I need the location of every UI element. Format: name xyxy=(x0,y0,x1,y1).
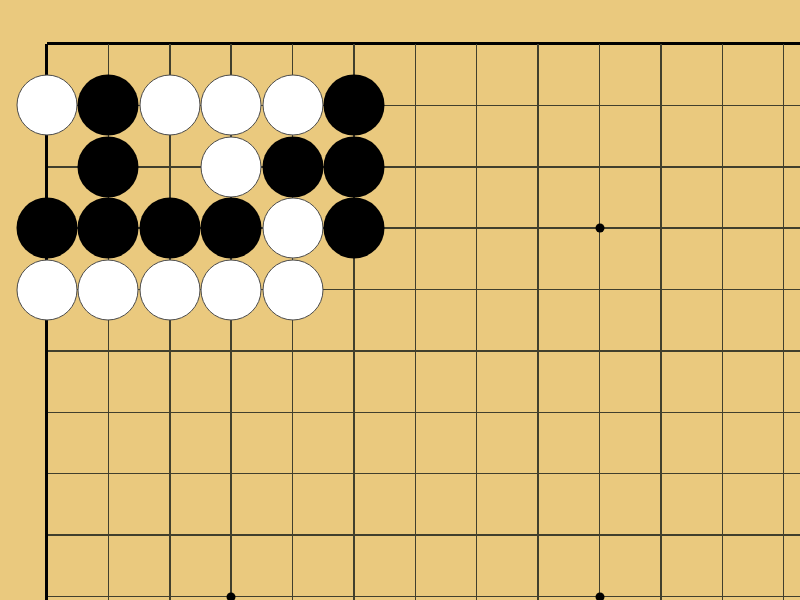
intersection[interactable] xyxy=(630,197,691,258)
intersection[interactable] xyxy=(569,136,630,197)
intersection[interactable] xyxy=(692,13,753,74)
intersection[interactable] xyxy=(385,504,446,565)
intersection[interactable] xyxy=(446,443,507,504)
intersection[interactable] xyxy=(139,197,200,258)
intersection[interactable] xyxy=(200,566,261,600)
intersection[interactable] xyxy=(569,197,630,258)
intersection[interactable] xyxy=(507,259,568,320)
intersection[interactable] xyxy=(569,566,630,600)
intersection[interactable] xyxy=(262,197,323,258)
intersection[interactable] xyxy=(323,382,384,443)
intersection[interactable] xyxy=(692,197,753,258)
intersection[interactable] xyxy=(78,320,139,381)
intersection[interactable] xyxy=(16,320,77,381)
intersection[interactable] xyxy=(323,320,384,381)
intersection[interactable] xyxy=(139,13,200,74)
white-stone xyxy=(16,75,77,136)
intersection[interactable] xyxy=(385,136,446,197)
intersection[interactable] xyxy=(630,382,691,443)
black-stone xyxy=(16,198,77,259)
white-stone xyxy=(78,259,139,320)
intersection[interactable] xyxy=(139,75,200,136)
intersection[interactable] xyxy=(692,136,753,197)
intersection[interactable] xyxy=(569,382,630,443)
intersection[interactable] xyxy=(385,13,446,74)
go-board-grid xyxy=(16,13,800,600)
star-point-marker xyxy=(595,592,604,600)
intersection[interactable] xyxy=(446,75,507,136)
intersection[interactable] xyxy=(446,382,507,443)
black-stone xyxy=(78,75,139,136)
intersection[interactable] xyxy=(78,566,139,600)
intersection[interactable] xyxy=(78,197,139,258)
white-stone xyxy=(139,259,200,320)
intersection[interactable] xyxy=(507,75,568,136)
intersection[interactable] xyxy=(200,504,261,565)
intersection[interactable] xyxy=(16,75,77,136)
intersection[interactable] xyxy=(78,136,139,197)
intersection[interactable] xyxy=(692,382,753,443)
intersection[interactable] xyxy=(262,443,323,504)
intersection[interactable] xyxy=(200,13,261,74)
black-stone xyxy=(78,136,139,197)
intersection[interactable] xyxy=(569,259,630,320)
go-board xyxy=(0,0,800,600)
intersection[interactable] xyxy=(78,75,139,136)
intersection[interactable] xyxy=(200,320,261,381)
intersection[interactable] xyxy=(692,504,753,565)
intersection[interactable] xyxy=(385,197,446,258)
intersection[interactable] xyxy=(262,13,323,74)
intersection[interactable] xyxy=(139,136,200,197)
intersection[interactable] xyxy=(753,320,800,381)
intersection[interactable] xyxy=(569,320,630,381)
white-stone xyxy=(201,75,262,136)
intersection[interactable] xyxy=(753,382,800,443)
intersection[interactable] xyxy=(753,443,800,504)
white-stone xyxy=(262,259,323,320)
intersection[interactable] xyxy=(385,75,446,136)
intersection[interactable] xyxy=(16,259,77,320)
intersection[interactable] xyxy=(385,320,446,381)
intersection[interactable] xyxy=(139,504,200,565)
black-stone xyxy=(139,198,200,259)
intersection[interactable] xyxy=(262,382,323,443)
intersection[interactable] xyxy=(78,382,139,443)
intersection[interactable] xyxy=(16,566,77,600)
intersection[interactable] xyxy=(262,136,323,197)
intersection[interactable] xyxy=(200,136,261,197)
intersection[interactable] xyxy=(446,259,507,320)
intersection[interactable] xyxy=(446,13,507,74)
intersection[interactable] xyxy=(446,504,507,565)
white-stone xyxy=(16,259,77,320)
intersection[interactable] xyxy=(323,504,384,565)
intersection[interactable] xyxy=(139,443,200,504)
star-point-marker xyxy=(227,592,236,600)
intersection[interactable] xyxy=(569,504,630,565)
intersection[interactable] xyxy=(16,382,77,443)
intersection[interactable] xyxy=(16,443,77,504)
intersection[interactable] xyxy=(16,136,77,197)
intersection[interactable] xyxy=(78,13,139,74)
intersection[interactable] xyxy=(323,13,384,74)
intersection[interactable] xyxy=(753,136,800,197)
intersection[interactable] xyxy=(323,259,384,320)
intersection[interactable] xyxy=(692,320,753,381)
intersection[interactable] xyxy=(630,75,691,136)
black-stone xyxy=(323,75,384,136)
white-stone xyxy=(262,75,323,136)
intersection[interactable] xyxy=(446,197,507,258)
intersection[interactable] xyxy=(569,443,630,504)
intersection[interactable] xyxy=(507,566,568,600)
intersection[interactable] xyxy=(630,259,691,320)
white-stone xyxy=(139,75,200,136)
intersection[interactable] xyxy=(385,382,446,443)
intersection[interactable] xyxy=(507,382,568,443)
black-stone xyxy=(78,198,139,259)
intersection[interactable] xyxy=(16,197,77,258)
intersection[interactable] xyxy=(569,13,630,74)
intersection[interactable] xyxy=(630,136,691,197)
intersection[interactable] xyxy=(200,443,261,504)
intersection[interactable] xyxy=(323,443,384,504)
intersection[interactable] xyxy=(507,504,568,565)
intersection[interactable] xyxy=(323,566,384,600)
intersection[interactable] xyxy=(16,13,77,74)
black-stone xyxy=(323,198,384,259)
white-stone xyxy=(201,136,262,197)
intersection[interactable] xyxy=(262,566,323,600)
intersection[interactable] xyxy=(507,197,568,258)
white-stone xyxy=(262,198,323,259)
intersection[interactable] xyxy=(630,320,691,381)
intersection[interactable] xyxy=(507,320,568,381)
intersection[interactable] xyxy=(753,259,800,320)
intersection[interactable] xyxy=(200,382,261,443)
intersection[interactable] xyxy=(692,259,753,320)
intersection[interactable] xyxy=(385,443,446,504)
intersection[interactable] xyxy=(507,443,568,504)
intersection[interactable] xyxy=(692,443,753,504)
intersection[interactable] xyxy=(753,75,800,136)
intersection[interactable] xyxy=(262,75,323,136)
intersection[interactable] xyxy=(262,259,323,320)
intersection[interactable] xyxy=(139,382,200,443)
intersection[interactable] xyxy=(753,504,800,565)
intersection[interactable] xyxy=(630,443,691,504)
intersection[interactable] xyxy=(507,13,568,74)
intersection[interactable] xyxy=(200,75,261,136)
intersection[interactable] xyxy=(753,566,800,600)
intersection[interactable] xyxy=(692,566,753,600)
intersection[interactable] xyxy=(630,504,691,565)
intersection[interactable] xyxy=(262,504,323,565)
intersection[interactable] xyxy=(385,259,446,320)
intersection[interactable] xyxy=(446,136,507,197)
intersection[interactable] xyxy=(139,259,200,320)
star-point-marker xyxy=(595,224,604,233)
intersection[interactable] xyxy=(16,504,77,565)
intersection[interactable] xyxy=(385,566,446,600)
intersection[interactable] xyxy=(692,75,753,136)
intersection[interactable] xyxy=(630,13,691,74)
intersection[interactable] xyxy=(569,75,630,136)
intersection[interactable] xyxy=(200,197,261,258)
intersection[interactable] xyxy=(446,566,507,600)
black-stone xyxy=(262,136,323,197)
intersection[interactable] xyxy=(630,566,691,600)
intersection[interactable] xyxy=(446,320,507,381)
black-stone xyxy=(201,198,262,259)
intersection[interactable] xyxy=(78,443,139,504)
intersection[interactable] xyxy=(139,566,200,600)
intersection[interactable] xyxy=(200,259,261,320)
intersection[interactable] xyxy=(323,197,384,258)
intersection[interactable] xyxy=(753,13,800,74)
intersection[interactable] xyxy=(323,136,384,197)
white-stone xyxy=(201,259,262,320)
intersection[interactable] xyxy=(323,75,384,136)
intersection[interactable] xyxy=(78,259,139,320)
intersection[interactable] xyxy=(753,197,800,258)
intersection[interactable] xyxy=(507,136,568,197)
intersection[interactable] xyxy=(78,504,139,565)
intersection[interactable] xyxy=(262,320,323,381)
intersection[interactable] xyxy=(139,320,200,381)
black-stone xyxy=(323,136,384,197)
